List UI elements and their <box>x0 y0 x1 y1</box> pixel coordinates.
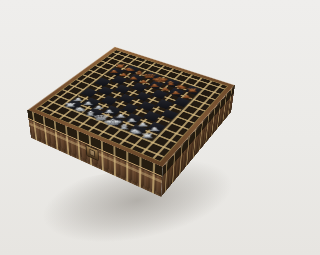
chess-box: ♜♞♝♛♚♝♞♜♟♟♟♟♟♟♟♟♟♟♟♟♟♟♟♟♜♞♝♛♚♝♞♜ <box>31 72 231 197</box>
piece-white-pawn[interactable]: ♟ <box>92 102 110 112</box>
piece-white-knight[interactable]: ♞ <box>129 125 148 137</box>
piece-shadow <box>76 107 88 113</box>
white-pawn-glyph: ♟ <box>72 97 85 101</box>
square-d4[interactable] <box>118 94 135 104</box>
piece-shadow <box>108 120 120 127</box>
square-g4[interactable] <box>150 105 167 115</box>
white-rook-glyph: ♜ <box>140 133 156 139</box>
piece-white-bishop[interactable]: ♝ <box>84 108 102 119</box>
square-c1[interactable] <box>85 108 103 118</box>
square-g1[interactable] <box>129 124 148 135</box>
square-g6[interactable] <box>162 93 179 103</box>
piece-shadow <box>94 105 106 111</box>
piece-shadow <box>97 115 109 121</box>
white-king-glyph: ♚ <box>102 118 123 126</box>
white-rook-glyph: ♜ <box>63 103 78 108</box>
square-e5[interactable] <box>135 92 152 102</box>
white-queen-glyph: ♛ <box>92 114 111 121</box>
square-g3[interactable] <box>143 111 161 122</box>
square-g7[interactable] <box>168 88 185 97</box>
white-bishop-glyph: ♝ <box>83 110 100 116</box>
piece-black-pawn[interactable]: ♟ <box>169 87 186 97</box>
square-b4[interactable] <box>98 86 115 95</box>
square-c4[interactable] <box>107 90 124 100</box>
square-d1[interactable] <box>96 112 114 123</box>
square-d3[interactable] <box>111 99 128 109</box>
white-knight-glyph: ♞ <box>73 106 89 112</box>
black-pawn-glyph: ♟ <box>180 94 193 98</box>
square-h6[interactable] <box>173 97 190 107</box>
piece-shadow <box>115 113 127 119</box>
piece-white-bishop[interactable]: ♝ <box>117 121 136 133</box>
piece-shadow <box>86 111 98 117</box>
square-f3[interactable] <box>132 107 150 117</box>
piece-shadow <box>149 126 162 133</box>
white-pawn-glyph: ♟ <box>125 117 138 122</box>
square-f2[interactable] <box>125 113 143 124</box>
piece-shadow <box>104 109 116 115</box>
black-rook-glyph: ♜ <box>185 88 200 93</box>
white-pawn-glyph: ♟ <box>82 101 95 106</box>
square-e2[interactable] <box>114 109 132 120</box>
piece-white-pawn[interactable]: ♟ <box>103 106 121 117</box>
piece-white-rook[interactable]: ♜ <box>64 100 82 110</box>
piece-shadow <box>138 122 150 129</box>
square-f4[interactable] <box>139 101 156 111</box>
square-e3[interactable] <box>121 103 139 113</box>
piece-white-queen[interactable]: ♛ <box>95 112 114 123</box>
piece-white-king[interactable]: ♚ <box>106 116 125 127</box>
square-h2[interactable] <box>147 122 165 133</box>
piece-black-rook[interactable]: ♜ <box>186 85 203 94</box>
piece-shadow <box>119 124 131 131</box>
piece-shadow <box>84 101 96 107</box>
white-pawn-glyph: ♟ <box>103 109 116 114</box>
square-f5[interactable] <box>145 95 162 105</box>
square-g5[interactable] <box>156 99 173 109</box>
white-pawn-glyph: ♟ <box>137 122 150 127</box>
square-h4[interactable] <box>161 109 179 120</box>
piece-shadow <box>126 117 138 123</box>
square-b3[interactable] <box>90 92 107 102</box>
white-knight-glyph: ♞ <box>128 128 144 134</box>
square-c2[interactable] <box>93 101 111 111</box>
piece-white-pawn[interactable]: ♟ <box>136 118 155 129</box>
white-pawn-glyph: ♟ <box>148 126 162 131</box>
square-a3[interactable] <box>80 88 97 97</box>
piece-white-pawn[interactable]: ♟ <box>114 110 132 121</box>
piece-shadow <box>142 133 155 140</box>
square-a2[interactable] <box>73 94 90 104</box>
square-f1[interactable] <box>117 120 135 131</box>
square-f6[interactable] <box>152 90 169 99</box>
square-h7[interactable] <box>179 91 196 101</box>
square-b2[interactable] <box>83 98 101 108</box>
white-bishop-glyph: ♝ <box>115 123 132 130</box>
piece-white-pawn[interactable]: ♟ <box>148 123 167 135</box>
black-pawn-glyph: ♟ <box>169 91 182 95</box>
square-e1[interactable] <box>107 116 125 127</box>
piece-shadow <box>182 94 194 100</box>
photo-backdrop: ♜♞♝♛♚♝♞♜♟♟♟♟♟♟♟♟♟♟♟♟♟♟♟♟♜♞♝♛♚♝♞♜ <box>0 0 255 255</box>
square-d5[interactable] <box>124 88 141 97</box>
piece-shadow <box>65 103 77 109</box>
piece-black-pawn[interactable]: ♟ <box>180 91 197 101</box>
square-g2[interactable] <box>136 118 154 129</box>
square-h5[interactable] <box>167 103 184 113</box>
white-pawn-glyph: ♟ <box>93 105 106 110</box>
square-e4[interactable] <box>128 97 145 107</box>
piece-white-pawn[interactable]: ♟ <box>72 94 90 104</box>
piece-white-knight[interactable]: ♞ <box>74 104 92 115</box>
white-pawn-glyph: ♟ <box>114 113 127 118</box>
scene: ♜♞♝♛♚♝♞♜♟♟♟♟♟♟♟♟♟♟♟♟♟♟♟♟♜♞♝♛♚♝♞♜ <box>0 0 255 255</box>
square-c3[interactable] <box>100 96 117 106</box>
square-b1[interactable] <box>75 104 93 114</box>
square-d2[interactable] <box>103 105 121 115</box>
square-h3[interactable] <box>154 115 172 126</box>
square-a1[interactable] <box>65 100 83 110</box>
piece-white-pawn[interactable]: ♟ <box>125 114 143 125</box>
piece-shadow <box>73 97 85 103</box>
piece-white-pawn[interactable]: ♟ <box>82 98 100 108</box>
piece-white-rook[interactable]: ♜ <box>140 130 159 142</box>
square-e6[interactable] <box>141 86 158 95</box>
square-h1[interactable] <box>140 129 159 141</box>
square-c5[interactable] <box>114 84 131 93</box>
pieces-layer: ♜♞♝♛♚♝♞♜♟♟♟♟♟♟♟♟♟♟♟♟♟♟♟♟♜♞♝♛♚♝♞♜ <box>64 62 203 142</box>
piece-shadow <box>130 129 143 136</box>
playfield: ♜♞♝♛♚♝♞♜♟♟♟♟♟♟♟♟♟♟♟♟♟♟♟♟♜♞♝♛♚♝♞♜ <box>64 62 203 142</box>
